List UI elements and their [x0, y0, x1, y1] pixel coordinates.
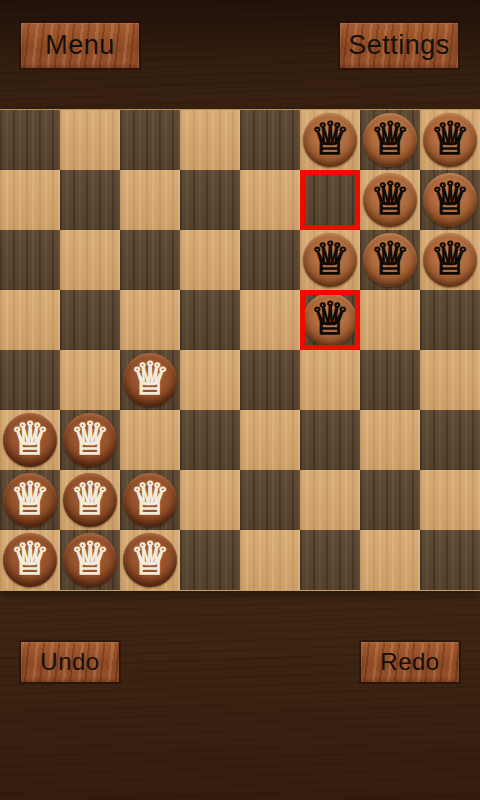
black-piece[interactable]: ♕	[303, 293, 357, 347]
cell-r6c5[interactable]	[300, 470, 360, 530]
white-piece[interactable]: ♕	[3, 413, 57, 467]
redo-button[interactable]: Redo	[360, 641, 460, 683]
cell-r7c6[interactable]	[360, 530, 420, 590]
black-piece[interactable]: ♕	[303, 113, 357, 167]
white-piece[interactable]: ♕	[63, 473, 117, 527]
cell-r5c4[interactable]	[240, 410, 300, 470]
cell-r2c3[interactable]	[180, 230, 240, 290]
cell-r5c3[interactable]	[180, 410, 240, 470]
cell-r4c1[interactable]	[60, 350, 120, 410]
cell-r2c6[interactable]: ♕	[360, 230, 420, 290]
cell-r0c1[interactable]	[60, 110, 120, 170]
black-piece[interactable]: ♕	[423, 113, 477, 167]
cell-r1c4[interactable]	[240, 170, 300, 230]
cell-r7c0[interactable]: ♕	[0, 530, 60, 590]
cell-r4c3[interactable]	[180, 350, 240, 410]
cell-r0c2[interactable]	[120, 110, 180, 170]
cell-r5c6[interactable]	[360, 410, 420, 470]
queen-glyph-icon: ♕	[130, 536, 170, 581]
queen-glyph-icon: ♕	[10, 476, 50, 521]
queen-glyph-icon: ♕	[310, 236, 350, 281]
cell-r6c6[interactable]	[360, 470, 420, 530]
white-piece[interactable]: ♕	[123, 533, 177, 587]
cell-r4c0[interactable]	[0, 350, 60, 410]
cell-r3c1[interactable]	[60, 290, 120, 350]
queen-glyph-icon: ♕	[430, 236, 470, 281]
cell-r2c0[interactable]	[0, 230, 60, 290]
queen-glyph-icon: ♕	[130, 476, 170, 521]
cell-r1c0[interactable]	[0, 170, 60, 230]
cell-r4c6[interactable]	[360, 350, 420, 410]
white-piece[interactable]: ♕	[63, 413, 117, 467]
cell-r1c7[interactable]: ♕	[420, 170, 480, 230]
white-piece[interactable]: ♕	[3, 473, 57, 527]
cell-r0c3[interactable]	[180, 110, 240, 170]
white-piece[interactable]: ♕	[3, 533, 57, 587]
cell-r2c7[interactable]: ♕	[420, 230, 480, 290]
black-piece[interactable]: ♕	[363, 233, 417, 287]
cell-r3c5[interactable]: ♕	[300, 290, 360, 350]
cell-r7c3[interactable]	[180, 530, 240, 590]
cell-r2c5[interactable]: ♕	[300, 230, 360, 290]
queen-glyph-icon: ♕	[70, 416, 110, 461]
cell-r4c4[interactable]	[240, 350, 300, 410]
cell-r3c0[interactable]	[0, 290, 60, 350]
black-piece[interactable]: ♕	[423, 173, 477, 227]
queen-glyph-icon: ♕	[370, 176, 410, 221]
board: ♕♕♕♕♕♕♕♕♕♕♕♕♕♕♕♕♕♕	[0, 110, 480, 590]
cell-r7c4[interactable]	[240, 530, 300, 590]
undo-button[interactable]: Undo	[20, 641, 120, 683]
cell-r3c2[interactable]	[120, 290, 180, 350]
menu-button[interactable]: Menu	[20, 22, 140, 69]
queen-glyph-icon: ♕	[370, 116, 410, 161]
black-piece[interactable]: ♕	[363, 173, 417, 227]
app-screen: Menu Settings ♕♕♕♕♕♕♕♕♕♕♕♕♕♕♕♕♕♕ Undo Re…	[0, 0, 480, 800]
black-piece[interactable]: ♕	[423, 233, 477, 287]
white-piece[interactable]: ♕	[123, 353, 177, 407]
cell-r3c4[interactable]	[240, 290, 300, 350]
cell-r7c1[interactable]: ♕	[60, 530, 120, 590]
queen-glyph-icon: ♕	[70, 536, 110, 581]
cell-r1c6[interactable]: ♕	[360, 170, 420, 230]
black-piece[interactable]: ♕	[363, 113, 417, 167]
cell-r3c6[interactable]	[360, 290, 420, 350]
white-piece[interactable]: ♕	[63, 533, 117, 587]
white-piece[interactable]: ♕	[123, 473, 177, 527]
black-piece[interactable]: ♕	[303, 233, 357, 287]
cell-r5c2[interactable]	[120, 410, 180, 470]
cell-r0c0[interactable]	[0, 110, 60, 170]
cell-r4c5[interactable]	[300, 350, 360, 410]
settings-button[interactable]: Settings	[339, 22, 459, 69]
cell-r2c1[interactable]	[60, 230, 120, 290]
cell-r7c5[interactable]	[300, 530, 360, 590]
cell-r6c2[interactable]: ♕	[120, 470, 180, 530]
cell-r6c7[interactable]	[420, 470, 480, 530]
queen-glyph-icon: ♕	[70, 476, 110, 521]
cell-r1c3[interactable]	[180, 170, 240, 230]
queen-glyph-icon: ♕	[130, 356, 170, 401]
cell-r5c5[interactable]	[300, 410, 360, 470]
queen-glyph-icon: ♕	[10, 536, 50, 581]
queen-glyph-icon: ♕	[10, 416, 50, 461]
cell-r7c7[interactable]	[420, 530, 480, 590]
queen-glyph-icon: ♕	[310, 116, 350, 161]
cell-r0c7[interactable]: ♕	[420, 110, 480, 170]
cell-r1c1[interactable]	[60, 170, 120, 230]
cell-r6c1[interactable]: ♕	[60, 470, 120, 530]
queen-glyph-icon: ♕	[430, 116, 470, 161]
cell-r4c2[interactable]: ♕	[120, 350, 180, 410]
cell-r6c0[interactable]: ♕	[0, 470, 60, 530]
cell-r2c2[interactable]	[120, 230, 180, 290]
cell-r6c3[interactable]	[180, 470, 240, 530]
cell-r2c4[interactable]	[240, 230, 300, 290]
cell-r5c7[interactable]	[420, 410, 480, 470]
cell-r1c5[interactable]	[300, 170, 360, 230]
cell-r7c2[interactable]: ♕	[120, 530, 180, 590]
cell-r5c1[interactable]: ♕	[60, 410, 120, 470]
queen-glyph-icon: ♕	[430, 176, 470, 221]
cell-r3c3[interactable]	[180, 290, 240, 350]
queen-glyph-icon: ♕	[310, 296, 350, 341]
queen-glyph-icon: ♕	[370, 236, 410, 281]
cell-r0c6[interactable]: ♕	[360, 110, 420, 170]
cell-r6c4[interactable]	[240, 470, 300, 530]
cell-r4c7[interactable]	[420, 350, 480, 410]
cell-r0c5[interactable]: ♕	[300, 110, 360, 170]
cell-r3c7[interactable]	[420, 290, 480, 350]
cell-r0c4[interactable]	[240, 110, 300, 170]
cell-r1c2[interactable]	[120, 170, 180, 230]
cell-r5c0[interactable]: ♕	[0, 410, 60, 470]
